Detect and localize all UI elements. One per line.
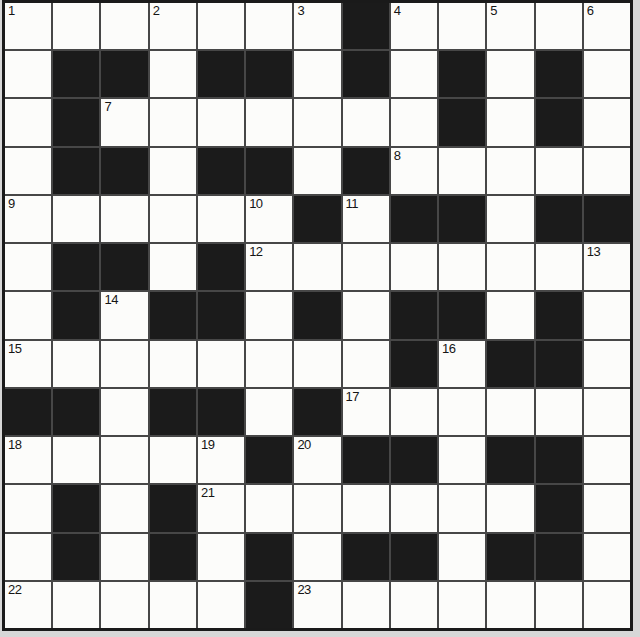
cell-r11c4[interactable]	[198, 534, 244, 580]
cell-r12c11[interactable]	[536, 582, 582, 628]
black-cell-r9c7	[343, 437, 389, 483]
cell-r8c5[interactable]	[246, 389, 292, 435]
clue-number: 7	[104, 99, 111, 114]
cell-r12c10[interactable]	[487, 582, 533, 628]
cell-r10c2[interactable]	[101, 485, 147, 531]
cell-r12c2[interactable]	[101, 582, 147, 628]
clue-number: 23	[297, 582, 310, 597]
cell-r9c3[interactable]	[150, 437, 196, 483]
cell-r10c4[interactable]: 21	[198, 485, 244, 531]
cell-r1c12[interactable]	[584, 51, 630, 97]
black-cell-r6c11	[536, 292, 582, 338]
cell-r1c0[interactable]	[5, 51, 51, 97]
cell-r3c10[interactable]	[487, 148, 533, 194]
clue-number: 9	[8, 196, 15, 211]
black-cell-r1c4	[198, 51, 244, 97]
cell-r7c12[interactable]	[584, 341, 630, 387]
black-cell-r6c6	[294, 292, 340, 338]
clue-number: 13	[587, 244, 600, 259]
black-cell-r4c12	[584, 196, 630, 242]
cell-r10c0[interactable]	[5, 485, 51, 531]
cell-r10c9[interactable]	[439, 485, 485, 531]
cell-r8c11[interactable]	[536, 389, 582, 435]
black-cell-r11c3	[150, 534, 196, 580]
cell-r8c8[interactable]	[391, 389, 437, 435]
cell-r5c6[interactable]	[294, 244, 340, 290]
black-cell-r9c5	[246, 437, 292, 483]
cell-r6c2[interactable]: 14	[101, 292, 147, 338]
black-cell-r6c3	[150, 292, 196, 338]
cell-r10c6[interactable]	[294, 485, 340, 531]
cell-r6c0[interactable]	[5, 292, 51, 338]
black-cell-r7c8	[391, 341, 437, 387]
cell-r3c0[interactable]	[5, 148, 51, 194]
clue-number: 15	[8, 341, 21, 356]
cell-r2c12[interactable]	[584, 99, 630, 145]
cell-r6c12[interactable]	[584, 292, 630, 338]
cell-r10c5[interactable]	[246, 485, 292, 531]
cell-r7c5[interactable]	[246, 341, 292, 387]
cell-r10c10[interactable]	[487, 485, 533, 531]
black-cell-r4c6	[294, 196, 340, 242]
black-cell-r5c2	[101, 244, 147, 290]
clue-number: 6	[587, 3, 594, 18]
cell-r8c10[interactable]	[487, 389, 533, 435]
cell-r9c6[interactable]: 20	[294, 437, 340, 483]
cell-r5c11[interactable]	[536, 244, 582, 290]
clue-number: 17	[346, 389, 359, 404]
clue-number: 20	[297, 437, 310, 452]
cell-r3c9[interactable]	[439, 148, 485, 194]
cell-r0c10[interactable]: 5	[487, 3, 533, 49]
cell-r2c6[interactable]	[294, 99, 340, 145]
cell-r2c0[interactable]	[5, 99, 51, 145]
cell-r0c8[interactable]: 4	[391, 3, 437, 49]
cell-r12c6[interactable]: 23	[294, 582, 340, 628]
clue-number: 10	[249, 196, 262, 211]
black-cell-r6c9	[439, 292, 485, 338]
black-cell-r6c1	[53, 292, 99, 338]
cell-r0c4[interactable]	[198, 3, 244, 49]
cell-r9c12[interactable]	[584, 437, 630, 483]
cell-r5c3[interactable]	[150, 244, 196, 290]
cell-r5c0[interactable]	[5, 244, 51, 290]
cell-r11c12[interactable]	[584, 534, 630, 580]
cell-r5c12[interactable]: 13	[584, 244, 630, 290]
cell-r11c2[interactable]	[101, 534, 147, 580]
cell-r5c7[interactable]	[343, 244, 389, 290]
cell-r8c2[interactable]	[101, 389, 147, 435]
black-cell-r1c9	[439, 51, 485, 97]
black-cell-r3c1	[53, 148, 99, 194]
cell-r3c11[interactable]	[536, 148, 582, 194]
cell-r0c3[interactable]: 2	[150, 3, 196, 49]
cell-r12c12[interactable]	[584, 582, 630, 628]
clue-number: 12	[249, 244, 262, 259]
clue-number: 16	[442, 341, 455, 356]
cell-r7c7[interactable]	[343, 341, 389, 387]
clue-number: 18	[8, 437, 21, 452]
cell-r10c8[interactable]	[391, 485, 437, 531]
cell-r12c1[interactable]	[53, 582, 99, 628]
clue-number: 4	[394, 3, 401, 18]
black-cell-r8c3	[150, 389, 196, 435]
black-cell-r11c5	[246, 534, 292, 580]
black-cell-r11c8	[391, 534, 437, 580]
black-cell-r4c11	[536, 196, 582, 242]
cell-r2c5[interactable]	[246, 99, 292, 145]
black-cell-r10c1	[53, 485, 99, 531]
cell-r2c4[interactable]	[198, 99, 244, 145]
cell-r0c0[interactable]: 1	[5, 3, 51, 49]
black-cell-r11c11	[536, 534, 582, 580]
cell-r6c7[interactable]	[343, 292, 389, 338]
black-cell-r7c10	[487, 341, 533, 387]
black-cell-r12c5	[246, 582, 292, 628]
black-cell-r6c8	[391, 292, 437, 338]
cell-r7c0[interactable]: 15	[5, 341, 51, 387]
clue-number: 21	[201, 485, 214, 500]
cell-r4c1[interactable]	[53, 196, 99, 242]
cell-r4c7[interactable]: 11	[343, 196, 389, 242]
crossword-grid: 1234567891011121314151617181920212223	[2, 0, 633, 631]
cell-r5c10[interactable]	[487, 244, 533, 290]
black-cell-r0c7	[343, 3, 389, 49]
cell-r11c0[interactable]	[5, 534, 51, 580]
cell-r6c5[interactable]	[246, 292, 292, 338]
black-cell-r4c9	[439, 196, 485, 242]
cell-r9c9[interactable]	[439, 437, 485, 483]
cell-r0c11[interactable]	[536, 3, 582, 49]
cell-r12c0[interactable]: 22	[5, 582, 51, 628]
cell-r10c7[interactable]	[343, 485, 389, 531]
cell-r8c12[interactable]	[584, 389, 630, 435]
cell-r12c4[interactable]	[198, 582, 244, 628]
black-cell-r3c2	[101, 148, 147, 194]
cell-r4c4[interactable]	[198, 196, 244, 242]
cell-r2c3[interactable]	[150, 99, 196, 145]
cell-r10c12[interactable]	[584, 485, 630, 531]
cell-r0c1[interactable]	[53, 3, 99, 49]
cell-r4c3[interactable]	[150, 196, 196, 242]
cell-r8c7[interactable]: 17	[343, 389, 389, 435]
clue-number: 14	[104, 292, 117, 307]
cell-r3c12[interactable]	[584, 148, 630, 194]
cell-r9c1[interactable]	[53, 437, 99, 483]
black-cell-r1c2	[101, 51, 147, 97]
cell-r0c9[interactable]	[439, 3, 485, 49]
cell-r7c9[interactable]: 16	[439, 341, 485, 387]
black-cell-r1c11	[536, 51, 582, 97]
cell-r5c9[interactable]	[439, 244, 485, 290]
black-cell-r9c8	[391, 437, 437, 483]
black-cell-r8c6	[294, 389, 340, 435]
cell-r2c2[interactable]: 7	[101, 99, 147, 145]
black-cell-r1c5	[246, 51, 292, 97]
cell-r12c8[interactable]	[391, 582, 437, 628]
cell-r5c5[interactable]: 12	[246, 244, 292, 290]
cell-r11c6[interactable]	[294, 534, 340, 580]
cell-r6c10[interactable]	[487, 292, 533, 338]
black-cell-r7c11	[536, 341, 582, 387]
cell-r11c9[interactable]	[439, 534, 485, 580]
black-cell-r5c4	[198, 244, 244, 290]
cell-r12c7[interactable]	[343, 582, 389, 628]
cell-r0c2[interactable]	[101, 3, 147, 49]
cell-r1c3[interactable]	[150, 51, 196, 97]
cell-r12c9[interactable]	[439, 582, 485, 628]
black-cell-r11c1	[53, 534, 99, 580]
cell-r7c3[interactable]	[150, 341, 196, 387]
black-cell-r1c7	[343, 51, 389, 97]
black-cell-r8c0	[5, 389, 51, 435]
cell-r7c6[interactable]	[294, 341, 340, 387]
cell-r2c10[interactable]	[487, 99, 533, 145]
cell-r4c5[interactable]: 10	[246, 196, 292, 242]
cell-r4c10[interactable]	[487, 196, 533, 242]
black-cell-r8c1	[53, 389, 99, 435]
cell-r9c0[interactable]: 18	[5, 437, 51, 483]
cell-r8c9[interactable]	[439, 389, 485, 435]
black-cell-r8c4	[198, 389, 244, 435]
black-cell-r11c10	[487, 534, 533, 580]
black-cell-r2c1	[53, 99, 99, 145]
black-cell-r10c3	[150, 485, 196, 531]
cell-r0c12[interactable]: 6	[584, 3, 630, 49]
cell-r3c6[interactable]	[294, 148, 340, 194]
black-cell-r4c8	[391, 196, 437, 242]
cell-r7c2[interactable]	[101, 341, 147, 387]
cell-r4c0[interactable]: 9	[5, 196, 51, 242]
clue-number: 8	[394, 148, 401, 163]
cell-r7c1[interactable]	[53, 341, 99, 387]
black-cell-r10c11	[536, 485, 582, 531]
clue-number: 5	[490, 3, 497, 18]
black-cell-r2c9	[439, 99, 485, 145]
black-cell-r9c10	[487, 437, 533, 483]
cell-r2c7[interactable]	[343, 99, 389, 145]
black-cell-r5c1	[53, 244, 99, 290]
black-cell-r1c1	[53, 51, 99, 97]
cell-r9c4[interactable]: 19	[198, 437, 244, 483]
cell-r0c5[interactable]	[246, 3, 292, 49]
cell-r0c6[interactable]: 3	[294, 3, 340, 49]
cell-r7c4[interactable]	[198, 341, 244, 387]
clue-number: 2	[153, 3, 160, 18]
black-cell-r3c7	[343, 148, 389, 194]
black-cell-r2c11	[536, 99, 582, 145]
cell-r9c2[interactable]	[101, 437, 147, 483]
black-cell-r6c4	[198, 292, 244, 338]
cell-r1c10[interactable]	[487, 51, 533, 97]
cell-r3c3[interactable]	[150, 148, 196, 194]
cell-r1c6[interactable]	[294, 51, 340, 97]
clue-number: 3	[297, 3, 304, 18]
black-cell-r3c4	[198, 148, 244, 194]
cell-r5c8[interactable]	[391, 244, 437, 290]
cell-r12c3[interactable]	[150, 582, 196, 628]
clue-number: 1	[8, 3, 15, 18]
black-cell-r11c7	[343, 534, 389, 580]
cell-r3c8[interactable]: 8	[391, 148, 437, 194]
black-cell-r9c11	[536, 437, 582, 483]
clue-number: 19	[201, 437, 214, 452]
cell-r4c2[interactable]	[101, 196, 147, 242]
cell-r2c8[interactable]	[391, 99, 437, 145]
black-cell-r3c5	[246, 148, 292, 194]
cell-r1c8[interactable]	[391, 51, 437, 97]
clue-number: 22	[8, 582, 21, 597]
clue-number: 11	[346, 196, 359, 211]
